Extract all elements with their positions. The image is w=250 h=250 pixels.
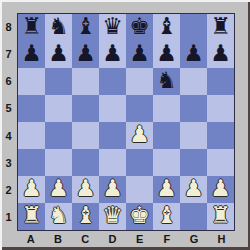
black-pawn: ♟ [21,40,42,67]
square-b8[interactable]: ♞ [45,14,72,41]
rank-label-1: 1 [0,204,17,231]
square-a4[interactable] [18,122,45,149]
file-label-f: F [153,231,180,246]
black-knight: ♞ [48,13,69,40]
rank-label-8: 8 [0,13,17,40]
square-c4[interactable] [72,122,99,149]
square-c6[interactable] [72,68,99,95]
square-g3[interactable] [180,149,207,176]
black-pawn: ♟ [183,40,204,67]
white-pawn: ♟ [210,175,231,202]
white-pawn: ♟ [102,175,123,202]
square-b2[interactable]: ♟ [45,176,72,203]
square-g1[interactable] [180,203,207,230]
square-h5[interactable] [207,95,234,122]
black-pawn: ♟ [156,40,177,67]
square-c7[interactable]: ♟ [72,41,99,68]
square-a7[interactable]: ♟ [18,41,45,68]
square-e5[interactable] [126,95,153,122]
board-frame: ♜♞♝♛♚♝♜♟♟♟♟♟♟♟♟♞♟♟♟♟♟♟♟♟♜♞♝♛♚♝♜ [17,13,235,231]
square-h2[interactable]: ♟ [207,176,234,203]
square-d8[interactable]: ♛ [99,14,126,41]
black-bishop: ♝ [75,13,96,40]
square-a6[interactable] [18,68,45,95]
square-a3[interactable] [18,149,45,176]
square-h7[interactable]: ♟ [207,41,234,68]
square-g6[interactable] [180,68,207,95]
white-pawn: ♟ [21,175,42,202]
square-e1[interactable]: ♚ [126,203,153,230]
black-bishop: ♝ [156,13,177,40]
file-labels: ABCDEFGH [17,231,235,246]
white-pawn: ♟ [156,175,177,202]
square-e7[interactable]: ♟ [126,41,153,68]
square-h4[interactable] [207,122,234,149]
square-d3[interactable] [99,149,126,176]
black-rook: ♜ [210,13,231,40]
black-knight: ♞ [156,67,177,94]
black-pawn: ♟ [210,40,231,67]
square-a5[interactable] [18,95,45,122]
white-bishop: ♝ [156,202,177,229]
square-f6[interactable]: ♞ [153,68,180,95]
square-c5[interactable] [72,95,99,122]
square-d5[interactable] [99,95,126,122]
rank-label-5: 5 [0,95,17,122]
square-g5[interactable] [180,95,207,122]
white-pawn: ♟ [75,175,96,202]
file-label-d: D [99,231,126,246]
square-c2[interactable]: ♟ [72,176,99,203]
square-d4[interactable] [99,122,126,149]
square-g7[interactable]: ♟ [180,41,207,68]
square-f8[interactable]: ♝ [153,14,180,41]
square-h3[interactable] [207,149,234,176]
rank-label-6: 6 [0,68,17,95]
black-pawn: ♟ [102,40,123,67]
square-g4[interactable] [180,122,207,149]
square-f1[interactable]: ♝ [153,203,180,230]
square-d1[interactable]: ♛ [99,203,126,230]
square-c3[interactable] [72,149,99,176]
square-e8[interactable]: ♚ [126,14,153,41]
square-d7[interactable]: ♟ [99,41,126,68]
square-b1[interactable]: ♞ [45,203,72,230]
file-label-b: B [44,231,71,246]
file-label-a: A [17,231,44,246]
square-b4[interactable] [45,122,72,149]
square-e3[interactable] [126,149,153,176]
square-b3[interactable] [45,149,72,176]
white-pawn: ♟ [48,175,69,202]
file-label-g: G [181,231,208,246]
square-f3[interactable] [153,149,180,176]
black-rook: ♜ [21,13,42,40]
square-b7[interactable]: ♟ [45,41,72,68]
square-a2[interactable]: ♟ [18,176,45,203]
square-d2[interactable]: ♟ [99,176,126,203]
rank-labels: 87654321 [0,13,17,231]
white-pawn: ♟ [183,175,204,202]
square-f5[interactable] [153,95,180,122]
black-king: ♚ [129,13,150,40]
white-bishop: ♝ [75,202,96,229]
square-e4[interactable]: ♟ [126,122,153,149]
black-pawn: ♟ [129,40,150,67]
white-queen: ♛ [102,202,123,229]
square-g8[interactable] [180,14,207,41]
square-h1[interactable]: ♜ [207,203,234,230]
rank-label-3: 3 [0,149,17,176]
white-king: ♚ [129,202,150,229]
white-rook: ♜ [210,202,231,229]
file-label-c: C [72,231,99,246]
black-pawn: ♟ [75,40,96,67]
square-c1[interactable]: ♝ [72,203,99,230]
file-label-e: E [126,231,153,246]
square-b5[interactable] [45,95,72,122]
white-knight: ♞ [48,202,69,229]
square-f4[interactable] [153,122,180,149]
square-f7[interactable]: ♟ [153,41,180,68]
rank-label-7: 7 [0,40,17,67]
square-h8[interactable]: ♜ [207,14,234,41]
square-e6[interactable] [126,68,153,95]
square-d6[interactable] [99,68,126,95]
rank-label-2: 2 [0,177,17,204]
square-e2[interactable] [126,176,153,203]
rank-label-4: 4 [0,122,17,149]
square-a8[interactable]: ♜ [18,14,45,41]
white-rook: ♜ [21,202,42,229]
square-h6[interactable] [207,68,234,95]
square-b6[interactable] [45,68,72,95]
white-pawn: ♟ [129,121,150,148]
file-label-h: H [208,231,235,246]
square-f2[interactable]: ♟ [153,176,180,203]
square-g2[interactable]: ♟ [180,176,207,203]
square-c8[interactable]: ♝ [72,14,99,41]
black-pawn: ♟ [48,40,69,67]
black-queen: ♛ [102,13,123,40]
chess-board-panel: 87654321 ♜♞♝♛♚♝♜♟♟♟♟♟♟♟♟♞♟♟♟♟♟♟♟♟♜♞♝♛♚♝♜… [0,0,250,250]
square-a1[interactable]: ♜ [18,203,45,230]
chess-board: ♜♞♝♛♚♝♜♟♟♟♟♟♟♟♟♞♟♟♟♟♟♟♟♟♜♞♝♛♚♝♜ [18,14,234,230]
